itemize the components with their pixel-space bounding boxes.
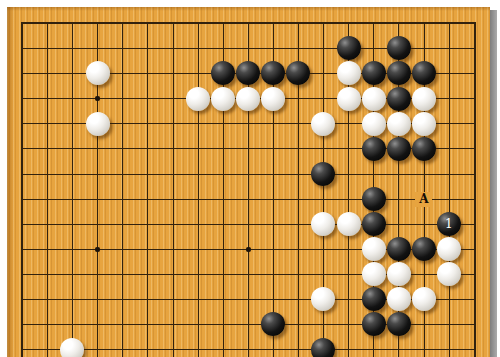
black-stone[interactable] <box>362 61 386 85</box>
black-stone[interactable] <box>387 61 411 85</box>
black-stone[interactable] <box>311 162 335 186</box>
white-stone[interactable] <box>337 87 361 111</box>
white-stone[interactable] <box>362 112 386 136</box>
black-stone[interactable] <box>236 61 260 85</box>
black-stone[interactable] <box>261 312 285 336</box>
black-stone[interactable]: 1 <box>437 212 461 236</box>
white-stone[interactable] <box>261 87 285 111</box>
black-stone[interactable] <box>211 61 235 85</box>
white-stone[interactable] <box>86 61 110 85</box>
white-stone[interactable] <box>186 87 210 111</box>
white-stone[interactable] <box>311 287 335 311</box>
white-stone[interactable] <box>362 262 386 286</box>
move-number-label: 1 <box>445 218 453 230</box>
white-stone[interactable] <box>311 112 335 136</box>
black-stone[interactable] <box>362 287 386 311</box>
white-stone[interactable] <box>337 212 361 236</box>
black-stone[interactable] <box>412 137 436 161</box>
white-stone[interactable] <box>437 237 461 261</box>
black-stone[interactable] <box>286 61 310 85</box>
black-stone[interactable] <box>362 187 386 211</box>
black-stone[interactable] <box>362 137 386 161</box>
white-stone[interactable] <box>387 112 411 136</box>
white-stone[interactable] <box>387 287 411 311</box>
white-stone[interactable] <box>412 287 436 311</box>
black-stone[interactable] <box>337 36 361 60</box>
white-stone[interactable] <box>387 262 411 286</box>
white-stone[interactable] <box>311 212 335 236</box>
white-stone[interactable] <box>60 338 84 357</box>
black-stone[interactable] <box>387 36 411 60</box>
board-side-shadow <box>490 10 497 357</box>
black-stone[interactable] <box>311 338 335 357</box>
white-stone[interactable] <box>236 87 260 111</box>
black-stone[interactable] <box>362 212 386 236</box>
black-stone[interactable] <box>387 312 411 336</box>
black-stone[interactable] <box>387 87 411 111</box>
white-stone[interactable] <box>412 87 436 111</box>
white-stone[interactable] <box>362 237 386 261</box>
black-stone[interactable] <box>362 312 386 336</box>
white-stone[interactable] <box>437 262 461 286</box>
black-stone[interactable] <box>387 137 411 161</box>
stones-layer: 1 <box>10 11 487 357</box>
white-stone[interactable] <box>337 61 361 85</box>
white-stone[interactable] <box>362 87 386 111</box>
black-stone[interactable] <box>412 61 436 85</box>
black-stone[interactable] <box>412 237 436 261</box>
white-stone[interactable] <box>412 112 436 136</box>
white-stone[interactable] <box>86 112 110 136</box>
black-stone[interactable] <box>387 237 411 261</box>
white-stone[interactable] <box>211 87 235 111</box>
black-stone[interactable] <box>261 61 285 85</box>
go-diagram: A 1 <box>0 0 500 357</box>
